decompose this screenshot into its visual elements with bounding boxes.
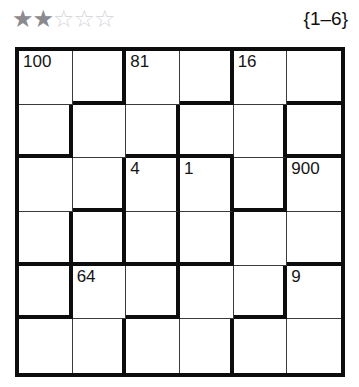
cell-r3c2[interactable] [73, 158, 127, 212]
cell-r3c3[interactable]: 4 [126, 158, 180, 212]
cell-r6c4[interactable] [180, 319, 234, 373]
cage-clue: 4 [130, 159, 139, 179]
star-empty-icon: ☆ [94, 5, 115, 32]
cell-r1c2[interactable] [73, 51, 127, 105]
cell-r2c2[interactable] [73, 105, 127, 159]
cage-clue: 64 [77, 267, 96, 287]
cell-r5c3[interactable] [126, 266, 180, 320]
cell-r3c4[interactable]: 1 [180, 158, 234, 212]
puzzle-grid: 100811641900649 [15, 47, 345, 377]
puzzle-page: { "game": "TomTom (KenKen/Calcudoku-styl… [0, 0, 359, 387]
cell-r5c1[interactable] [19, 266, 73, 320]
cell-r6c3[interactable] [126, 319, 180, 373]
cell-r4c4[interactable] [180, 212, 234, 266]
cell-r2c4[interactable] [180, 105, 234, 159]
cell-r5c2[interactable]: 64 [73, 266, 127, 320]
cell-r6c1[interactable] [19, 319, 73, 373]
cell-r4c1[interactable] [19, 212, 73, 266]
cell-r4c6[interactable] [287, 212, 341, 266]
cell-r3c6[interactable]: 900 [287, 158, 341, 212]
cell-r2c3[interactable] [126, 105, 180, 159]
cell-r3c1[interactable] [19, 158, 73, 212]
cell-r3c5[interactable] [234, 158, 288, 212]
cell-r6c6[interactable] [287, 319, 341, 373]
cell-r5c6[interactable]: 9 [287, 266, 341, 320]
digit-range-label: {1–6} [304, 8, 348, 30]
cell-r1c1[interactable]: 100 [19, 51, 73, 105]
cage-clue: 16 [238, 52, 257, 72]
cell-r6c2[interactable] [73, 319, 127, 373]
cell-r1c5[interactable]: 16 [234, 51, 288, 105]
star-empty-icon: ☆ [74, 5, 95, 32]
cage-clue: 81 [130, 52, 149, 72]
cage-clue: 9 [291, 267, 300, 287]
cage-clue: 100 [23, 52, 51, 72]
star-empty-icon: ☆ [53, 5, 74, 32]
cell-r6c5[interactable] [234, 319, 288, 373]
cell-r1c4[interactable] [180, 51, 234, 105]
cell-r2c6[interactable] [287, 105, 341, 159]
cell-r1c6[interactable] [287, 51, 341, 105]
cell-r4c2[interactable] [73, 212, 127, 266]
cell-r4c5[interactable] [234, 212, 288, 266]
cage-clue: 1 [184, 159, 193, 179]
cell-r5c5[interactable] [234, 266, 288, 320]
star-filled-icon: ★ [33, 5, 54, 32]
difficulty-stars: ★★☆☆☆ [12, 6, 115, 32]
cell-r2c1[interactable] [19, 105, 73, 159]
puzzle-header: ★★☆☆☆ {1–6} [0, 0, 359, 40]
cell-r5c4[interactable] [180, 266, 234, 320]
cell-r2c5[interactable] [234, 105, 288, 159]
cell-r1c3[interactable]: 81 [126, 51, 180, 105]
cage-clue: 900 [291, 159, 319, 179]
star-filled-icon: ★ [12, 5, 33, 32]
cell-r4c3[interactable] [126, 212, 180, 266]
